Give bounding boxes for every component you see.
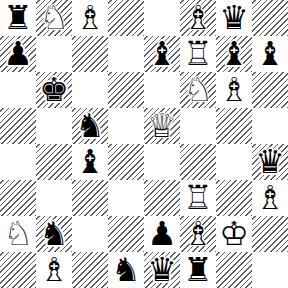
black-king: ♚ <box>36 72 72 108</box>
white-bishop: ♝♗ <box>252 180 288 216</box>
square-c5[interactable]: ♞ <box>72 108 108 144</box>
square-g7[interactable]: ♝ <box>216 36 252 72</box>
square-g8[interactable]: ♛ <box>216 0 252 36</box>
black-pawn: ♟ <box>144 216 180 252</box>
square-g4[interactable] <box>216 144 252 180</box>
black-bishop: ♝ <box>216 36 252 72</box>
square-b1[interactable]: ♝♗ <box>36 252 72 288</box>
white-knight: ♞♘ <box>36 0 72 36</box>
square-a2[interactable]: ♞♘ <box>0 216 36 252</box>
square-g3[interactable] <box>216 180 252 216</box>
square-d2[interactable] <box>108 216 144 252</box>
square-f5[interactable] <box>180 108 216 144</box>
square-h4[interactable]: ♛ <box>252 144 288 180</box>
square-h7[interactable]: ♝ <box>252 36 288 72</box>
square-h2[interactable] <box>252 216 288 252</box>
square-f4[interactable] <box>180 144 216 180</box>
square-b6[interactable]: ♚ <box>36 72 72 108</box>
square-e3[interactable] <box>144 180 180 216</box>
square-c6[interactable] <box>72 72 108 108</box>
square-d7[interactable] <box>108 36 144 72</box>
black-bishop: ♝ <box>252 36 288 72</box>
black-knight: ♞ <box>36 216 72 252</box>
square-e5[interactable]: ♛♕ <box>144 108 180 144</box>
black-pawn: ♟ <box>0 36 36 72</box>
square-a4[interactable] <box>0 144 36 180</box>
square-a3[interactable] <box>0 180 36 216</box>
square-e6[interactable] <box>144 72 180 108</box>
square-c3[interactable] <box>72 180 108 216</box>
square-c4[interactable]: ♝ <box>72 144 108 180</box>
square-f2[interactable]: ♝♗ <box>180 216 216 252</box>
black-bishop: ♝ <box>144 36 180 72</box>
square-b7[interactable] <box>36 36 72 72</box>
black-knight: ♞ <box>108 252 144 288</box>
white-bishop: ♝♗ <box>72 0 108 36</box>
square-c8[interactable]: ♝♗ <box>72 0 108 36</box>
square-d1[interactable]: ♞ <box>108 252 144 288</box>
square-h8[interactable] <box>252 0 288 36</box>
white-rook: ♜♖ <box>180 180 216 216</box>
square-c7[interactable] <box>72 36 108 72</box>
black-knight: ♞ <box>72 108 108 144</box>
white-bishop: ♝♗ <box>36 252 72 288</box>
square-g6[interactable]: ♝♗ <box>216 72 252 108</box>
white-rook: ♜♖ <box>180 36 216 72</box>
chess-board: ♜♞♘♝♗♝♗♛♟♝♜♖♝♝♚♞♘♝♗♞♛♕♝♛♜♖♝♗♞♘♞♟♝♗♚♔♝♗♞♛… <box>0 0 288 288</box>
square-d6[interactable] <box>108 72 144 108</box>
square-e1[interactable]: ♛ <box>144 252 180 288</box>
square-b4[interactable] <box>36 144 72 180</box>
square-f3[interactable]: ♜♖ <box>180 180 216 216</box>
square-d3[interactable] <box>108 180 144 216</box>
square-h1[interactable] <box>252 252 288 288</box>
black-queen: ♛ <box>252 144 288 180</box>
white-bishop: ♝♗ <box>180 0 216 36</box>
square-a6[interactable] <box>0 72 36 108</box>
square-c2[interactable] <box>72 216 108 252</box>
white-bishop: ♝♗ <box>216 72 252 108</box>
square-b5[interactable] <box>36 108 72 144</box>
square-h6[interactable] <box>252 72 288 108</box>
square-b2[interactable]: ♞ <box>36 216 72 252</box>
square-d4[interactable] <box>108 144 144 180</box>
white-bishop: ♝♗ <box>180 216 216 252</box>
square-c1[interactable] <box>72 252 108 288</box>
white-king: ♚♔ <box>216 216 252 252</box>
white-knight: ♞♘ <box>180 72 216 108</box>
square-b8[interactable]: ♞♘ <box>36 0 72 36</box>
square-g1[interactable] <box>216 252 252 288</box>
square-h5[interactable] <box>252 108 288 144</box>
square-g2[interactable]: ♚♔ <box>216 216 252 252</box>
square-a7[interactable]: ♟ <box>0 36 36 72</box>
square-d5[interactable] <box>108 108 144 144</box>
square-e4[interactable] <box>144 144 180 180</box>
square-f6[interactable]: ♞♘ <box>180 72 216 108</box>
black-queen: ♛ <box>144 252 180 288</box>
square-d8[interactable] <box>108 0 144 36</box>
square-g5[interactable] <box>216 108 252 144</box>
square-f8[interactable]: ♝♗ <box>180 0 216 36</box>
square-a1[interactable] <box>0 252 36 288</box>
white-knight: ♞♘ <box>0 216 36 252</box>
black-rook: ♜ <box>0 0 36 36</box>
square-a5[interactable] <box>0 108 36 144</box>
square-b3[interactable] <box>36 180 72 216</box>
square-e8[interactable] <box>144 0 180 36</box>
square-e2[interactable]: ♟ <box>144 216 180 252</box>
square-f7[interactable]: ♜♖ <box>180 36 216 72</box>
black-rook: ♜ <box>180 252 216 288</box>
square-h3[interactable]: ♝♗ <box>252 180 288 216</box>
white-queen: ♛♕ <box>144 108 180 144</box>
black-bishop: ♝ <box>72 144 108 180</box>
square-e7[interactable]: ♝ <box>144 36 180 72</box>
square-f1[interactable]: ♜ <box>180 252 216 288</box>
black-queen: ♛ <box>216 0 252 36</box>
square-a8[interactable]: ♜ <box>0 0 36 36</box>
